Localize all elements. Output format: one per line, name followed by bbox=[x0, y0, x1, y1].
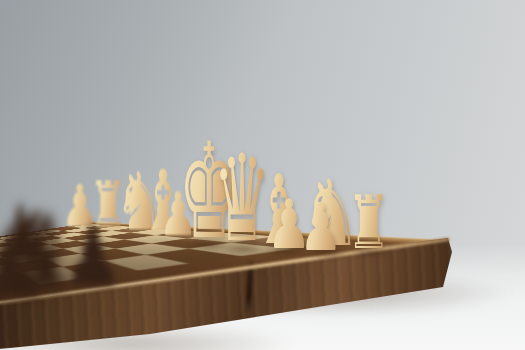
black-pawn-a7: ♟ bbox=[63, 218, 124, 298]
white-pawn-b2: ♟ bbox=[299, 195, 343, 261]
chessboard-photo: ♟ ♜ ♞ ♝ ♟ ♚ ♛ ♝ ♟ ♞ ♟ ♜ ♞ ♝ ♟ bbox=[0, 0, 525, 350]
white-rook-a1: ♜ bbox=[347, 185, 391, 259]
pieces-layer: ♟ ♜ ♞ ♝ ♟ ♚ ♛ ♝ ♟ ♞ ♟ ♜ ♞ ♝ ♟ bbox=[0, 0, 525, 350]
